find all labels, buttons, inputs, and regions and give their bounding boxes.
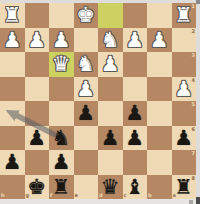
file-label-h: h [1, 193, 5, 198]
square-h1[interactable]: ♜ [0, 3, 25, 28]
square-h3[interactable] [0, 52, 25, 77]
black-pawn: ♟ [0, 150, 25, 175]
rank-label-2: 2 [192, 29, 195, 34]
square-e2[interactable] [74, 28, 99, 53]
square-c2[interactable]: ♟ [123, 28, 148, 53]
black-king: ♚ [25, 175, 50, 200]
square-a8[interactable]: ♜a8 [172, 175, 197, 200]
square-b1[interactable] [147, 3, 172, 28]
square-c1[interactable] [123, 3, 148, 28]
square-f2[interactable]: ♟ [49, 28, 74, 53]
square-c6[interactable]: ♟ [123, 126, 148, 151]
square-f6[interactable]: ♞ [49, 126, 74, 151]
scrollbar-thumb[interactable] [196, 197, 200, 204]
white-pawn: ♟ [0, 28, 25, 53]
white-rook: ♜ [172, 3, 197, 28]
square-g5[interactable] [25, 101, 50, 126]
square-f1[interactable] [49, 3, 74, 28]
square-a6[interactable]: ♟6 [172, 126, 197, 151]
square-b6[interactable] [147, 126, 172, 151]
square-e5[interactable]: ♟ [74, 101, 99, 126]
black-queen: ♛ [98, 175, 123, 200]
square-f8[interactable]: ♜f [49, 175, 74, 200]
square-c4[interactable] [123, 77, 148, 102]
rank-label-5: 5 [192, 102, 195, 107]
white-knight: ♞ [98, 28, 123, 53]
scrollbar-up-arrow-icon[interactable] [196, 0, 200, 4]
square-f3[interactable]: ♛ [49, 52, 74, 77]
square-b4[interactable] [147, 77, 172, 102]
square-e7[interactable] [74, 150, 99, 175]
square-b3[interactable] [147, 52, 172, 77]
white-pawn: ♟ [49, 28, 74, 53]
square-c7[interactable] [123, 150, 148, 175]
white-pawn: ♟ [25, 28, 50, 53]
black-pawn: ♟ [172, 126, 197, 151]
black-rook: ♜ [49, 175, 74, 200]
square-d6[interactable]: ♟ [98, 126, 123, 151]
square-e6[interactable] [74, 126, 99, 151]
square-g3[interactable] [25, 52, 50, 77]
square-h7[interactable]: ♟ [0, 150, 25, 175]
square-d2[interactable]: ♞ [98, 28, 123, 53]
square-a4[interactable]: ♟4 [172, 77, 197, 102]
square-g1[interactable] [25, 3, 50, 28]
white-rook: ♜ [0, 3, 25, 28]
square-d5[interactable] [98, 101, 123, 126]
white-queen: ♛ [49, 52, 74, 77]
black-pawn: ♟ [74, 101, 99, 126]
square-e8[interactable]: e [74, 175, 99, 200]
bottom-gutter [0, 199, 196, 204]
white-pawn: ♟ [74, 77, 99, 102]
square-e3[interactable]: ♞ [74, 52, 99, 77]
square-h2[interactable]: ♟ [0, 28, 25, 53]
white-pawn: ♟ [147, 28, 172, 53]
black-pawn: ♟ [123, 101, 148, 126]
file-label-b: b [148, 193, 152, 198]
chess-app-viewport: ♜♚♜1♟♟♟♞♟♟2♛♞♟3♟♟4♟♟5♟♞♟♟♟6♟♟7h♚g♜fe♛d♝c… [0, 0, 200, 204]
white-knight: ♞ [74, 52, 99, 77]
black-knight: ♞ [49, 126, 74, 151]
square-d4[interactable] [98, 77, 123, 102]
square-a2[interactable]: 2 [172, 28, 197, 53]
file-label-e: e [75, 193, 78, 198]
square-d1[interactable] [98, 3, 123, 28]
square-e4[interactable]: ♟ [74, 77, 99, 102]
square-f7[interactable]: ♟ [49, 150, 74, 175]
white-king: ♚ [74, 3, 99, 28]
square-b7[interactable] [147, 150, 172, 175]
black-pawn: ♟ [49, 150, 74, 175]
rank-label-7: 7 [192, 151, 195, 156]
square-f5[interactable] [49, 101, 74, 126]
square-a3[interactable]: 3 [172, 52, 197, 77]
black-pawn: ♟ [98, 126, 123, 151]
square-d7[interactable] [98, 150, 123, 175]
square-c5[interactable]: ♟ [123, 101, 148, 126]
white-pawn: ♟ [123, 28, 148, 53]
chess-board[interactable]: ♜♚♜1♟♟♟♞♟♟2♛♞♟3♟♟4♟♟5♟♞♟♟♟6♟♟7h♚g♜fe♛d♝c… [0, 3, 196, 199]
square-a7[interactable]: 7 [172, 150, 197, 175]
square-h4[interactable] [0, 77, 25, 102]
square-b2[interactable]: ♟ [147, 28, 172, 53]
square-g7[interactable] [25, 150, 50, 175]
square-e1[interactable]: ♚ [74, 3, 99, 28]
square-g4[interactable] [25, 77, 50, 102]
scroll-corner-mark [189, 200, 193, 204]
square-d8[interactable]: ♛d [98, 175, 123, 200]
white-pawn: ♟ [172, 77, 197, 102]
vertical-scrollbar[interactable] [196, 0, 200, 204]
square-a5[interactable]: 5 [172, 101, 197, 126]
square-c3[interactable] [123, 52, 148, 77]
square-d3[interactable]: ♟ [98, 52, 123, 77]
square-c8[interactable]: ♝c [123, 175, 148, 200]
square-g2[interactable]: ♟ [25, 28, 50, 53]
square-b8[interactable]: b [147, 175, 172, 200]
black-rook: ♜ [172, 175, 197, 200]
black-pawn: ♟ [25, 126, 50, 151]
square-f4[interactable] [49, 77, 74, 102]
square-g8[interactable]: ♚g [25, 175, 50, 200]
square-h6[interactable] [0, 126, 25, 151]
rank-label-3: 3 [192, 53, 195, 58]
black-bishop: ♝ [123, 175, 148, 200]
square-a1[interactable]: ♜1 [172, 3, 197, 28]
black-pawn: ♟ [123, 126, 148, 151]
square-h8[interactable]: h [0, 175, 25, 200]
square-h5[interactable] [0, 101, 25, 126]
white-pawn: ♟ [98, 52, 123, 77]
square-g6[interactable]: ♟ [25, 126, 50, 151]
square-b5[interactable] [147, 101, 172, 126]
